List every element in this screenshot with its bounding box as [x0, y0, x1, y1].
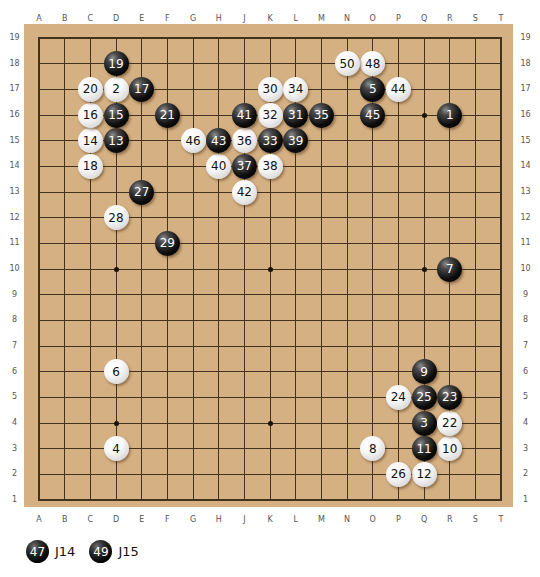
stone-black-15-D16: 15 [104, 103, 129, 128]
stone-number: 46 [185, 135, 200, 147]
grid-line-horizontal [38, 346, 502, 347]
stone-number: 8 [369, 443, 377, 455]
stone-number: 40 [211, 160, 226, 172]
col-label-top-A: A [31, 13, 47, 25]
stone-number: 2 [112, 83, 120, 95]
stone-black-27-E13: 27 [129, 180, 154, 205]
stone-white-38-K14: 38 [258, 154, 283, 179]
stone-white-36-J15: 36 [232, 128, 257, 153]
stone-number: 20 [83, 83, 98, 95]
row-label-left-16: 16 [6, 109, 23, 121]
stone-number: 50 [339, 58, 354, 70]
stone-number: 25 [416, 391, 431, 403]
stone-number: 48 [365, 58, 380, 70]
stone-number: 16 [83, 109, 98, 121]
caption-stone-47: 47 [26, 540, 49, 563]
row-label-right-14: 14 [517, 160, 534, 172]
stone-white-24-P5: 24 [386, 385, 411, 410]
row-label-left-19: 19 [6, 32, 23, 44]
row-label-right-12: 12 [517, 212, 534, 224]
caption-point-text: J15 [118, 544, 138, 559]
stone-number: 6 [112, 366, 120, 378]
row-label-right-7: 7 [517, 340, 534, 352]
stone-number: 4 [112, 443, 120, 455]
col-label-top-O: O [365, 13, 381, 25]
col-label-top-M: M [313, 13, 329, 25]
stone-black-25-Q5: 25 [412, 385, 437, 410]
row-label-left-14: 14 [6, 160, 23, 172]
stone-number: 23 [442, 391, 457, 403]
stone-number: 42 [237, 186, 252, 198]
stone-number: 1 [446, 109, 454, 121]
stone-number: 15 [108, 109, 123, 121]
row-label-right-6: 6 [517, 366, 534, 378]
row-label-right-8: 8 [517, 314, 534, 326]
star-point-Q10 [422, 267, 427, 272]
stone-black-21-F16: 21 [155, 103, 180, 128]
stone-number: 37 [237, 160, 252, 172]
stone-white-42-J13: 42 [232, 180, 257, 205]
caption-stone-number: 47 [30, 546, 45, 558]
stone-black-23-R5: 23 [437, 385, 462, 410]
stone-number: 11 [416, 443, 431, 455]
row-label-left-7: 7 [6, 340, 23, 352]
row-label-left-15: 15 [6, 135, 23, 147]
col-label-bottom-D: D [108, 514, 124, 526]
row-label-left-18: 18 [6, 58, 23, 70]
stone-white-46-G15: 46 [181, 128, 206, 153]
caption-stone-49: 49 [89, 540, 112, 563]
move-caption: 47J1449J15 [26, 540, 147, 563]
row-label-left-6: 6 [6, 366, 23, 378]
stone-white-20-C17: 20 [78, 77, 103, 102]
stone-white-32-K16: 32 [258, 103, 283, 128]
stone-number: 45 [365, 109, 380, 121]
col-label-top-R: R [442, 13, 458, 25]
stone-number: 27 [134, 186, 149, 198]
grid-line-vertical [347, 37, 348, 501]
row-label-right-9: 9 [517, 289, 534, 301]
stone-number: 9 [420, 366, 428, 378]
row-label-left-8: 8 [6, 314, 23, 326]
col-label-bottom-S: S [467, 514, 483, 526]
row-label-right-2: 2 [517, 468, 534, 480]
col-label-bottom-T: T [493, 514, 509, 526]
stone-black-33-K15: 33 [258, 128, 283, 153]
stone-white-4-D3: 4 [104, 436, 129, 461]
col-label-top-J: J [236, 13, 252, 25]
stone-number: 44 [391, 83, 406, 95]
stone-black-5-O17: 5 [360, 77, 385, 102]
row-label-right-15: 15 [517, 135, 534, 147]
stone-number: 14 [83, 135, 98, 147]
grid-line-horizontal [38, 320, 502, 321]
col-label-top-N: N [339, 13, 355, 25]
stone-number: 19 [108, 58, 123, 70]
col-label-bottom-J: J [236, 514, 252, 526]
stone-number: 34 [288, 83, 303, 95]
stone-white-14-C15: 14 [78, 128, 103, 153]
stone-number: 22 [442, 417, 457, 429]
col-label-bottom-Q: Q [416, 514, 432, 526]
row-label-left-3: 3 [6, 443, 23, 455]
col-label-top-C: C [82, 13, 98, 25]
stone-white-50-N18: 50 [335, 51, 360, 76]
col-label-top-F: F [159, 13, 175, 25]
stone-number: 39 [288, 135, 303, 147]
row-label-right-13: 13 [517, 186, 534, 198]
col-label-bottom-M: M [313, 514, 329, 526]
stone-black-19-D18: 19 [104, 51, 129, 76]
stone-black-31-L16: 31 [283, 103, 308, 128]
go-game-diagram: AABBCCDDEEFFGGHHJJKKLLMMNNOOPPQQRRSSTT19… [0, 0, 540, 577]
grid-line-horizontal [38, 294, 502, 295]
stone-black-17-E17: 17 [129, 77, 154, 102]
col-label-bottom-O: O [365, 514, 381, 526]
col-label-top-L: L [288, 13, 304, 25]
col-label-bottom-A: A [31, 514, 47, 526]
col-label-top-G: G [185, 13, 201, 25]
grid-line-vertical [398, 37, 399, 501]
row-label-left-11: 11 [6, 237, 23, 249]
stone-white-40-H14: 40 [206, 154, 231, 179]
row-label-left-5: 5 [6, 391, 23, 403]
stone-black-13-D15: 13 [104, 128, 129, 153]
stone-number: 17 [134, 83, 149, 95]
col-label-top-E: E [134, 13, 150, 25]
caption-stone-number: 49 [93, 546, 108, 558]
row-label-right-5: 5 [517, 391, 534, 403]
col-label-bottom-H: H [211, 514, 227, 526]
row-label-left-12: 12 [6, 212, 23, 224]
col-label-top-D: D [108, 13, 124, 25]
col-label-bottom-P: P [390, 514, 406, 526]
grid-line-vertical [475, 37, 476, 501]
col-label-bottom-G: G [185, 514, 201, 526]
stone-white-22-R4: 22 [437, 411, 462, 436]
stone-number: 43 [211, 135, 226, 147]
stone-black-9-Q6: 9 [412, 359, 437, 384]
stone-number: 32 [262, 109, 277, 121]
col-label-top-S: S [467, 13, 483, 25]
stone-white-16-C16: 16 [78, 103, 103, 128]
stone-number: 30 [262, 83, 277, 95]
stone-white-6-D6: 6 [104, 359, 129, 384]
row-label-left-10: 10 [6, 263, 23, 275]
stone-black-7-R10: 7 [437, 257, 462, 282]
col-label-bottom-N: N [339, 514, 355, 526]
row-label-left-17: 17 [6, 83, 23, 95]
stone-number: 35 [314, 109, 329, 121]
row-label-left-4: 4 [6, 417, 23, 429]
star-point-K4 [268, 421, 273, 426]
star-point-K10 [268, 267, 273, 272]
col-label-bottom-B: B [57, 514, 73, 526]
row-label-left-1: 1 [6, 494, 23, 506]
stone-number: 28 [108, 212, 123, 224]
row-label-right-4: 4 [517, 417, 534, 429]
stone-number: 12 [416, 468, 431, 480]
row-label-right-19: 19 [517, 32, 534, 44]
col-label-top-K: K [262, 13, 278, 25]
col-label-bottom-F: F [159, 514, 175, 526]
stone-number: 29 [160, 237, 175, 249]
star-point-D4 [114, 421, 119, 426]
stone-number: 21 [160, 109, 175, 121]
col-label-top-P: P [390, 13, 406, 25]
stone-black-29-F11: 29 [155, 231, 180, 256]
stone-number: 3 [420, 417, 428, 429]
stone-number: 7 [446, 263, 454, 275]
row-label-left-13: 13 [6, 186, 23, 198]
stone-number: 36 [237, 135, 252, 147]
grid-line-vertical [500, 37, 502, 501]
row-label-left-9: 9 [6, 289, 23, 301]
stone-number: 5 [369, 83, 377, 95]
stone-black-35-M16: 35 [309, 103, 334, 128]
stone-white-12-Q2: 12 [412, 462, 437, 487]
row-label-right-17: 17 [517, 83, 534, 95]
row-label-right-10: 10 [517, 263, 534, 275]
row-label-right-11: 11 [517, 237, 534, 249]
col-label-top-B: B [57, 13, 73, 25]
stone-number: 24 [391, 391, 406, 403]
stone-white-44-P17: 44 [386, 77, 411, 102]
caption-point-text: J14 [55, 544, 75, 559]
stone-number: 18 [83, 160, 98, 172]
col-label-top-T: T [493, 13, 509, 25]
col-label-bottom-C: C [82, 514, 98, 526]
stone-black-37-J14: 37 [232, 154, 257, 179]
stone-white-28-D12: 28 [104, 205, 129, 230]
grid-line-horizontal [38, 499, 502, 501]
stone-black-3-Q4: 3 [412, 411, 437, 436]
col-label-bottom-R: R [442, 514, 458, 526]
stone-number: 31 [288, 109, 303, 121]
stone-black-45-O16: 45 [360, 103, 385, 128]
stone-white-26-P2: 26 [386, 462, 411, 487]
col-label-bottom-K: K [262, 514, 278, 526]
stone-black-1-R16: 1 [437, 103, 462, 128]
stone-number: 10 [442, 443, 457, 455]
row-label-right-18: 18 [517, 58, 534, 70]
stone-number: 41 [237, 109, 252, 121]
stone-white-2-D17: 2 [104, 77, 129, 102]
stone-number: 26 [391, 468, 406, 480]
row-label-right-16: 16 [517, 109, 534, 121]
star-point-Q16 [422, 113, 427, 118]
row-label-left-2: 2 [6, 468, 23, 480]
col-label-bottom-L: L [288, 514, 304, 526]
stone-number: 13 [108, 135, 123, 147]
star-point-D10 [114, 267, 119, 272]
stone-white-18-C14: 18 [78, 154, 103, 179]
stone-white-34-L17: 34 [283, 77, 308, 102]
row-label-right-3: 3 [517, 443, 534, 455]
col-label-top-H: H [211, 13, 227, 25]
row-label-right-1: 1 [517, 494, 534, 506]
stone-number: 33 [262, 135, 277, 147]
stone-white-30-K17: 30 [258, 77, 283, 102]
stone-black-11-Q3: 11 [412, 436, 437, 461]
stone-number: 38 [262, 160, 277, 172]
col-label-top-Q: Q [416, 13, 432, 25]
col-label-bottom-E: E [134, 514, 150, 526]
stone-black-41-J16: 41 [232, 103, 257, 128]
